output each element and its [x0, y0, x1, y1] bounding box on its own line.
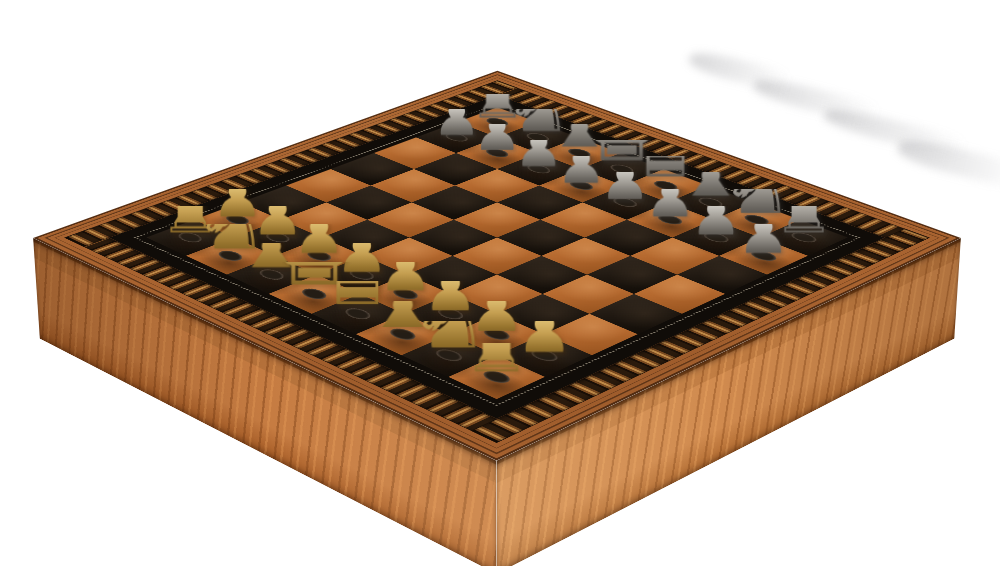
- piece-white-pawn-a2[interactable]: ♟: [719, 237, 808, 274]
- chess-board: ♜♞♝♚♛♝♞♜♟♟♟♟♟♟♟♟♟♟♟♟♟♟♟♟♜♞♝♚♛♝♞♜: [33, 71, 961, 461]
- chess-set-scene: ♜♞♝♚♛♝♞♜♟♟♟♟♟♟♟♟♟♟♟♟♟♟♟♟♜♞♝♚♛♝♞♜: [0, 0, 1000, 566]
